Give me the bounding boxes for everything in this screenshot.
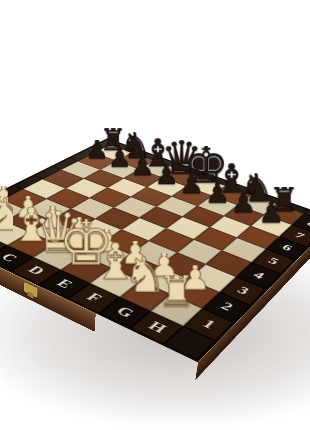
brass-latch <box>24 282 37 298</box>
piece-white-rook-h1[interactable]: ♜ <box>146 275 208 310</box>
chess-set-photo: 87654321ABCDEFGH ♜♞♝♛♚♝♞♜♟♟♟♟♟♟♟♟♟♟♟♟♟♟♟… <box>0 0 310 430</box>
